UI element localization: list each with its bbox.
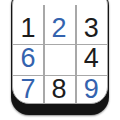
sudoku-cell[interactable]: 4 — [75, 44, 108, 74]
sudoku-cell[interactable]: 1 — [13, 14, 43, 44]
sudoku-cell[interactable]: 2 — [43, 14, 75, 44]
sudoku-cell[interactable] — [43, 44, 75, 74]
sudoku-cell[interactable]: 3 — [75, 14, 108, 44]
sudoku-grid: 12364789 — [13, 14, 108, 105]
sudoku-board: 12364789 — [12, 0, 108, 104]
sudoku-cell[interactable]: 9 — [75, 74, 108, 104]
sudoku-cell[interactable]: 8 — [43, 74, 75, 104]
sudoku-cell[interactable]: 7 — [13, 74, 43, 104]
sudoku-cell[interactable]: 6 — [13, 44, 43, 74]
sudoku-app-icon: 12364789 — [0, 0, 120, 120]
